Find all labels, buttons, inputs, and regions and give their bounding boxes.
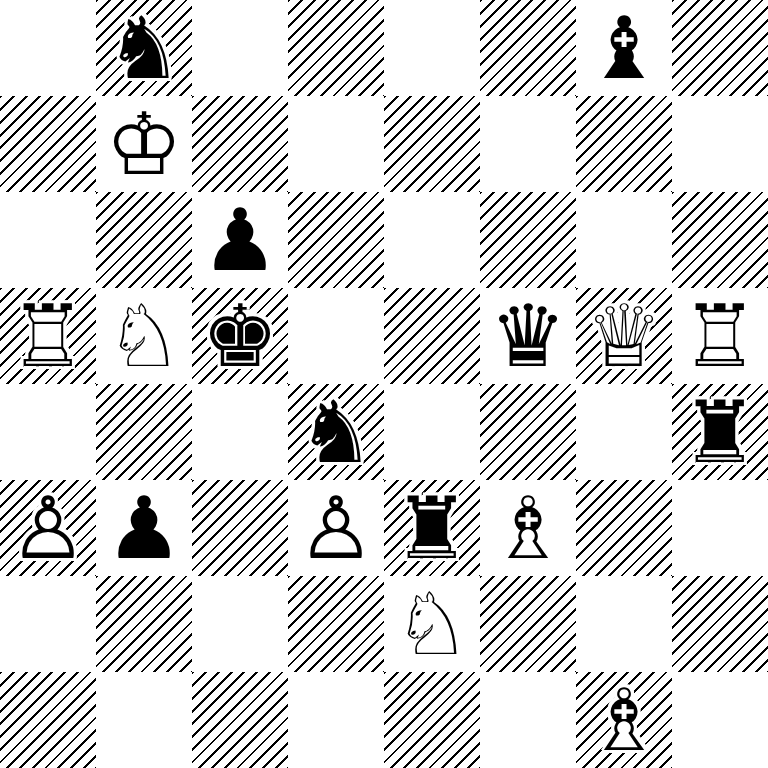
square-d8[interactable] (288, 0, 384, 96)
black-rook-piece[interactable]: ♜♜ (384, 480, 480, 576)
square-d7[interactable] (288, 96, 384, 192)
square-f3[interactable]: ♝♗ (480, 480, 576, 576)
square-f4[interactable] (480, 384, 576, 480)
square-h5[interactable]: ♜♖ (672, 288, 768, 384)
piece-glyph: ♕ (576, 288, 672, 384)
square-g1[interactable]: ♝♗ (576, 672, 672, 768)
square-c8[interactable] (192, 0, 288, 96)
square-h1[interactable] (672, 672, 768, 768)
square-b1[interactable] (96, 672, 192, 768)
square-f6[interactable] (480, 192, 576, 288)
piece-glyph: ♜ (672, 384, 768, 480)
square-e8[interactable] (384, 0, 480, 96)
square-b7[interactable]: ♚♔ (96, 96, 192, 192)
black-king-piece[interactable]: ♚♚ (192, 288, 288, 384)
white-pawn-piece[interactable]: ♟♙ (0, 480, 96, 576)
piece-glyph: ♔ (96, 96, 192, 192)
piece-glyph: ♝ (576, 0, 672, 96)
white-rook-piece[interactable]: ♜♖ (672, 288, 768, 384)
square-d3[interactable]: ♟♙ (288, 480, 384, 576)
white-pawn-piece[interactable]: ♟♙ (288, 480, 384, 576)
square-a2[interactable] (0, 576, 96, 672)
square-d2[interactable] (288, 576, 384, 672)
black-knight-piece[interactable]: ♞♞ (96, 0, 192, 96)
square-c3[interactable] (192, 480, 288, 576)
square-b6[interactable] (96, 192, 192, 288)
square-f5[interactable]: ♛♛ (480, 288, 576, 384)
square-g5[interactable]: ♛♕ (576, 288, 672, 384)
square-a5[interactable]: ♜♖ (0, 288, 96, 384)
square-f8[interactable] (480, 0, 576, 96)
piece-glyph: ♞ (96, 0, 192, 96)
square-f1[interactable] (480, 672, 576, 768)
square-d1[interactable] (288, 672, 384, 768)
square-e3[interactable]: ♜♜ (384, 480, 480, 576)
square-d4[interactable]: ♞♞ (288, 384, 384, 480)
white-rook-piece[interactable]: ♜♖ (0, 288, 96, 384)
piece-glyph: ♗ (576, 672, 672, 768)
square-b2[interactable] (96, 576, 192, 672)
square-c7[interactable] (192, 96, 288, 192)
piece-glyph: ♜ (384, 480, 480, 576)
black-pawn-piece[interactable]: ♟♟ (96, 480, 192, 576)
piece-glyph: ♟ (96, 480, 192, 576)
square-g2[interactable] (576, 576, 672, 672)
square-b8[interactable]: ♞♞ (96, 0, 192, 96)
black-rook-piece[interactable]: ♜♜ (672, 384, 768, 480)
black-queen-piece[interactable]: ♛♛ (480, 288, 576, 384)
square-e2[interactable]: ♞♘ (384, 576, 480, 672)
square-e5[interactable] (384, 288, 480, 384)
square-h7[interactable] (672, 96, 768, 192)
square-g4[interactable] (576, 384, 672, 480)
white-bishop-piece[interactable]: ♝♗ (576, 672, 672, 768)
square-a1[interactable] (0, 672, 96, 768)
white-knight-piece[interactable]: ♞♘ (96, 288, 192, 384)
square-a8[interactable] (0, 0, 96, 96)
piece-glyph: ♙ (288, 480, 384, 576)
square-a6[interactable] (0, 192, 96, 288)
square-h2[interactable] (672, 576, 768, 672)
piece-glyph: ♟ (192, 192, 288, 288)
square-c2[interactable] (192, 576, 288, 672)
square-h8[interactable] (672, 0, 768, 96)
square-g6[interactable] (576, 192, 672, 288)
square-d6[interactable] (288, 192, 384, 288)
piece-glyph: ♞ (288, 384, 384, 480)
square-f2[interactable] (480, 576, 576, 672)
square-e4[interactable] (384, 384, 480, 480)
square-h4[interactable]: ♜♜ (672, 384, 768, 480)
white-bishop-piece[interactable]: ♝♗ (480, 480, 576, 576)
square-c1[interactable] (192, 672, 288, 768)
square-g7[interactable] (576, 96, 672, 192)
square-h6[interactable] (672, 192, 768, 288)
square-a3[interactable]: ♟♙ (0, 480, 96, 576)
white-queen-piece[interactable]: ♛♕ (576, 288, 672, 384)
square-b3[interactable]: ♟♟ (96, 480, 192, 576)
piece-glyph: ♖ (672, 288, 768, 384)
square-e1[interactable] (384, 672, 480, 768)
square-c6[interactable]: ♟♟ (192, 192, 288, 288)
square-a4[interactable] (0, 384, 96, 480)
square-c4[interactable] (192, 384, 288, 480)
black-bishop-piece[interactable]: ♝♝ (576, 0, 672, 96)
piece-glyph: ♖ (0, 288, 96, 384)
square-e7[interactable] (384, 96, 480, 192)
black-knight-piece[interactable]: ♞♞ (288, 384, 384, 480)
piece-glyph: ♗ (480, 480, 576, 576)
black-pawn-piece[interactable]: ♟♟ (192, 192, 288, 288)
square-g3[interactable] (576, 480, 672, 576)
piece-glyph: ♚ (192, 288, 288, 384)
piece-glyph: ♘ (96, 288, 192, 384)
square-g8[interactable]: ♝♝ (576, 0, 672, 96)
chess-board: ♞♞♝♝♚♔♟♟♜♖♞♘♚♚♛♛♛♕♜♖♞♞♜♜♟♙♟♟♟♙♜♜♝♗♞♘♝♗ (0, 0, 768, 768)
square-b5[interactable]: ♞♘ (96, 288, 192, 384)
piece-glyph: ♙ (0, 480, 96, 576)
white-knight-piece[interactable]: ♞♘ (384, 576, 480, 672)
white-king-piece[interactable]: ♚♔ (96, 96, 192, 192)
square-f7[interactable] (480, 96, 576, 192)
square-c5[interactable]: ♚♚ (192, 288, 288, 384)
square-b4[interactable] (96, 384, 192, 480)
square-d5[interactable] (288, 288, 384, 384)
square-a7[interactable] (0, 96, 96, 192)
square-h3[interactable] (672, 480, 768, 576)
piece-glyph: ♛ (480, 288, 576, 384)
square-e6[interactable] (384, 192, 480, 288)
piece-glyph: ♘ (384, 576, 480, 672)
